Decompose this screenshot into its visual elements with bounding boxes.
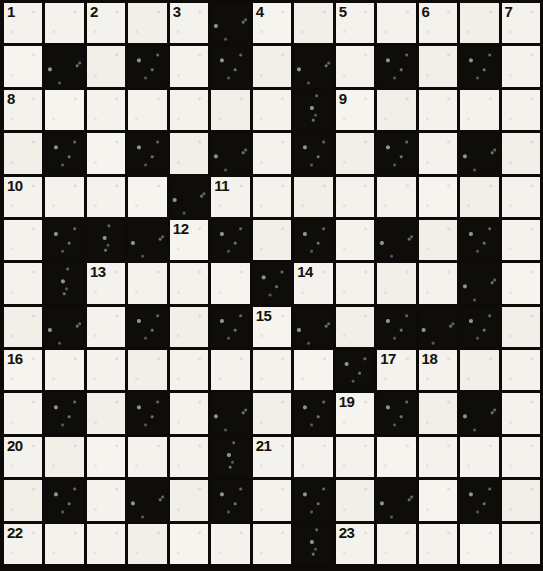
block-cell-r3c11	[460, 133, 498, 173]
cell-r10c6[interactable]: 21	[253, 437, 291, 477]
block-cell-r11c1	[45, 480, 83, 520]
block-cell-r1c9	[377, 46, 415, 86]
cell-r12c8[interactable]: 23	[336, 524, 374, 564]
clue-number-13: 13	[90, 264, 106, 281]
cell-r2c3[interactable]	[128, 90, 166, 130]
clue-number-23: 23	[339, 525, 355, 542]
block-cell-r1c3	[128, 46, 166, 86]
clue-number-16: 16	[7, 351, 23, 368]
cell-r7c12[interactable]	[502, 307, 540, 347]
cell-r7c4[interactable]	[170, 307, 208, 347]
block-cell-r5c3	[128, 220, 166, 260]
clue-number-15: 15	[256, 308, 272, 325]
cell-r12c9[interactable]	[377, 524, 415, 564]
cell-r6c7[interactable]: 14	[294, 263, 332, 303]
cell-r2c1[interactable]	[45, 90, 83, 130]
cell-r8c10[interactable]: 18	[419, 350, 457, 390]
cell-r9c2[interactable]	[87, 393, 125, 433]
cell-r8c7[interactable]	[294, 350, 332, 390]
clue-number-22: 22	[7, 525, 23, 542]
block-cell-r12c7	[294, 524, 332, 564]
block-cell-r9c3	[128, 393, 166, 433]
cell-r9c10[interactable]	[419, 393, 457, 433]
cell-r9c4[interactable]	[170, 393, 208, 433]
cell-r8c11[interactable]	[460, 350, 498, 390]
clue-number-19: 19	[339, 394, 355, 411]
block-cell-r11c9	[377, 480, 415, 520]
block-cell-r7c9	[377, 307, 415, 347]
cell-r11c8[interactable]	[336, 480, 374, 520]
cell-r8c5[interactable]	[211, 350, 249, 390]
cell-r2c2[interactable]	[87, 90, 125, 130]
block-cell-r11c5	[211, 480, 249, 520]
cell-r5c8[interactable]	[336, 220, 374, 260]
block-cell-r1c5	[211, 46, 249, 86]
clue-number-3: 3	[173, 4, 181, 21]
cell-r10c8[interactable]	[336, 437, 374, 477]
cell-r8c9[interactable]: 17	[377, 350, 415, 390]
cell-r10c7[interactable]	[294, 437, 332, 477]
cell-r12c3[interactable]	[128, 524, 166, 564]
cell-r10c10[interactable]	[419, 437, 457, 477]
cell-r12c4[interactable]	[170, 524, 208, 564]
cell-r1c6[interactable]	[253, 46, 291, 86]
cell-r10c12[interactable]	[502, 437, 540, 477]
block-cell-r7c7	[294, 307, 332, 347]
cell-r0c9[interactable]	[377, 3, 415, 43]
cell-r1c0[interactable]	[4, 46, 42, 86]
cell-r2c9[interactable]	[377, 90, 415, 130]
block-cell-r9c1	[45, 393, 83, 433]
cell-r0c8[interactable]: 5	[336, 3, 374, 43]
block-cell-r10c5	[211, 437, 249, 477]
cell-r1c10[interactable]	[419, 46, 457, 86]
cell-r8c3[interactable]	[128, 350, 166, 390]
cell-r4c2[interactable]	[87, 177, 125, 217]
cell-r6c5[interactable]	[211, 263, 249, 303]
clue-number-18: 18	[422, 351, 438, 368]
cell-r6c2[interactable]: 13	[87, 263, 125, 303]
cell-r12c1[interactable]	[45, 524, 83, 564]
cell-r8c1[interactable]	[45, 350, 83, 390]
cell-r0c3[interactable]	[128, 3, 166, 43]
cell-r1c8[interactable]	[336, 46, 374, 86]
cell-r9c6[interactable]	[253, 393, 291, 433]
cell-r11c6[interactable]	[253, 480, 291, 520]
cell-r3c12[interactable]	[502, 133, 540, 173]
cell-r6c8[interactable]	[336, 263, 374, 303]
cell-r10c2[interactable]	[87, 437, 125, 477]
clue-number-4: 4	[256, 4, 264, 21]
block-cell-r3c9	[377, 133, 415, 173]
cell-r7c8[interactable]	[336, 307, 374, 347]
cell-r0c11[interactable]	[460, 3, 498, 43]
cell-r7c6[interactable]: 15	[253, 307, 291, 347]
block-cell-r6c11	[460, 263, 498, 303]
cell-r2c6[interactable]	[253, 90, 291, 130]
block-cell-r9c11	[460, 393, 498, 433]
cell-r3c4[interactable]	[170, 133, 208, 173]
cell-r11c2[interactable]	[87, 480, 125, 520]
block-cell-r1c7	[294, 46, 332, 86]
cell-r4c0[interactable]: 10	[4, 177, 42, 217]
block-cell-r4c4	[170, 177, 208, 217]
cell-r12c10[interactable]	[419, 524, 457, 564]
cell-r9c8[interactable]: 19	[336, 393, 374, 433]
cell-r8c0[interactable]: 16	[4, 350, 42, 390]
block-cell-r5c7	[294, 220, 332, 260]
block-cell-r2c7	[294, 90, 332, 130]
cell-r10c4[interactable]	[170, 437, 208, 477]
cell-r6c0[interactable]	[4, 263, 42, 303]
cell-r4c9[interactable]	[377, 177, 415, 217]
block-cell-r11c7	[294, 480, 332, 520]
block-cell-r1c11	[460, 46, 498, 86]
cell-r8c2[interactable]	[87, 350, 125, 390]
block-cell-r3c7	[294, 133, 332, 173]
cell-r2c5[interactable]	[211, 90, 249, 130]
block-cell-r7c1	[45, 307, 83, 347]
crossword-grid: 1234567891011121314151617181920212223	[0, 0, 543, 571]
block-cell-r5c11	[460, 220, 498, 260]
block-cell-r5c2	[87, 220, 125, 260]
cell-r11c10[interactable]	[419, 480, 457, 520]
clue-number-7: 7	[505, 4, 513, 21]
cell-r5c6[interactable]	[253, 220, 291, 260]
cell-r2c10[interactable]	[419, 90, 457, 130]
cell-r5c10[interactable]	[419, 220, 457, 260]
cell-r6c9[interactable]	[377, 263, 415, 303]
cell-r2c0[interactable]: 8	[4, 90, 42, 130]
clue-number-17: 17	[380, 351, 396, 368]
cell-r0c7[interactable]	[294, 3, 332, 43]
cell-r4c12[interactable]	[502, 177, 540, 217]
cell-r0c6[interactable]: 4	[253, 3, 291, 43]
cell-r0c2[interactable]: 2	[87, 3, 125, 43]
cell-r10c1[interactable]	[45, 437, 83, 477]
cell-r6c3[interactable]	[128, 263, 166, 303]
cell-r4c3[interactable]	[128, 177, 166, 217]
clue-number-20: 20	[7, 438, 23, 455]
clue-number-2: 2	[90, 4, 98, 21]
cell-r0c0[interactable]: 1	[4, 3, 42, 43]
block-cell-r7c3	[128, 307, 166, 347]
cell-r1c2[interactable]	[87, 46, 125, 86]
clue-number-8: 8	[7, 91, 15, 108]
cell-r10c11[interactable]	[460, 437, 498, 477]
block-cell-r11c3	[128, 480, 166, 520]
cell-r4c1[interactable]	[45, 177, 83, 217]
cell-r3c6[interactable]	[253, 133, 291, 173]
clue-number-12: 12	[173, 221, 189, 238]
cell-r1c4[interactable]	[170, 46, 208, 86]
cell-r0c1[interactable]	[45, 3, 83, 43]
cell-r12c12[interactable]	[502, 524, 540, 564]
cell-r3c2[interactable]	[87, 133, 125, 173]
block-cell-r8c8	[336, 350, 374, 390]
block-cell-r3c5	[211, 133, 249, 173]
cell-r12c6[interactable]	[253, 524, 291, 564]
cell-r3c10[interactable]	[419, 133, 457, 173]
cell-r6c12[interactable]	[502, 263, 540, 303]
cell-r5c4[interactable]: 12	[170, 220, 208, 260]
cell-r0c12[interactable]: 7	[502, 3, 540, 43]
cell-r4c10[interactable]	[419, 177, 457, 217]
block-cell-r9c7	[294, 393, 332, 433]
cell-r4c5[interactable]: 11	[211, 177, 249, 217]
cell-r8c6[interactable]	[253, 350, 291, 390]
block-cell-r7c11	[460, 307, 498, 347]
clue-number-21: 21	[256, 438, 272, 455]
cell-r4c11[interactable]	[460, 177, 498, 217]
block-cell-r3c1	[45, 133, 83, 173]
cell-r12c11[interactable]	[460, 524, 498, 564]
cell-r6c10[interactable]	[419, 263, 457, 303]
cell-r2c11[interactable]	[460, 90, 498, 130]
block-cell-r9c5	[211, 393, 249, 433]
cell-r12c5[interactable]	[211, 524, 249, 564]
block-cell-r6c6	[253, 263, 291, 303]
cell-r4c7[interactable]	[294, 177, 332, 217]
cell-r2c8[interactable]: 9	[336, 90, 374, 130]
clue-number-1: 1	[7, 4, 15, 21]
cell-r4c6[interactable]	[253, 177, 291, 217]
clue-number-6: 6	[422, 4, 430, 21]
cell-r8c4[interactable]	[170, 350, 208, 390]
clue-number-10: 10	[7, 178, 23, 195]
cell-r10c0[interactable]: 20	[4, 437, 42, 477]
block-cell-r7c10	[419, 307, 457, 347]
cell-r4c8[interactable]	[336, 177, 374, 217]
block-cell-r7c5	[211, 307, 249, 347]
cell-r11c4[interactable]	[170, 480, 208, 520]
cell-r1c12[interactable]	[502, 46, 540, 86]
block-cell-r6c1	[45, 263, 83, 303]
cell-r7c2[interactable]	[87, 307, 125, 347]
clue-number-11: 11	[214, 178, 229, 195]
cell-r10c3[interactable]	[128, 437, 166, 477]
cell-r9c12[interactable]	[502, 393, 540, 433]
block-cell-r5c9	[377, 220, 415, 260]
cell-r11c12[interactable]	[502, 480, 540, 520]
cell-r0c10[interactable]: 6	[419, 3, 457, 43]
clue-number-14: 14	[297, 264, 313, 281]
cell-r8c12[interactable]	[502, 350, 540, 390]
cell-r10c9[interactable]	[377, 437, 415, 477]
cell-r3c8[interactable]	[336, 133, 374, 173]
cell-r0c4[interactable]: 3	[170, 3, 208, 43]
block-cell-r0c5	[211, 3, 249, 43]
cell-r3c0[interactable]	[4, 133, 42, 173]
clue-number-5: 5	[339, 4, 347, 21]
cell-r7c0[interactable]	[4, 307, 42, 347]
cell-r9c0[interactable]	[4, 393, 42, 433]
block-cell-r9c9	[377, 393, 415, 433]
cell-r12c2[interactable]	[87, 524, 125, 564]
block-cell-r5c5	[211, 220, 249, 260]
block-cell-r3c3	[128, 133, 166, 173]
cell-r2c12[interactable]	[502, 90, 540, 130]
cell-r5c0[interactable]	[4, 220, 42, 260]
clue-number-9: 9	[339, 91, 347, 108]
cell-r12c0[interactable]: 22	[4, 524, 42, 564]
block-cell-r5c1	[45, 220, 83, 260]
cell-r6c4[interactable]	[170, 263, 208, 303]
cell-r2c4[interactable]	[170, 90, 208, 130]
cell-r5c12[interactable]	[502, 220, 540, 260]
block-cell-r1c1	[45, 46, 83, 86]
block-cell-r11c11	[460, 480, 498, 520]
cell-r11c0[interactable]	[4, 480, 42, 520]
